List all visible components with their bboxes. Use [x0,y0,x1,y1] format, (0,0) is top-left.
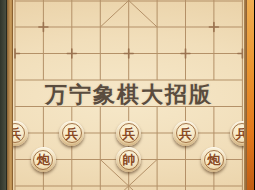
piece-label: 帥 [122,153,135,166]
piece-label: 兵 [179,126,192,139]
piece-label: 炮 [37,153,50,166]
piece-label: 炮 [207,153,220,166]
piece-red-cannon-right[interactable]: 炮 [201,147,226,172]
piece-red-general[interactable]: 帥 [116,147,141,172]
piece-red-soldier-3[interactable]: 兵 [116,121,141,146]
right-orange-band [247,0,255,190]
piece-label: 兵 [65,126,78,139]
piece-label: 兵 [122,126,135,139]
pieces-layer: 兵兵兵兵兵炮帥炮 [0,0,254,190]
piece-red-soldier-4[interactable]: 兵 [173,121,198,146]
board-left-bevel [6,0,13,190]
xiangqi-board[interactable]: 万宁象棋大招版 兵兵兵兵兵炮帥炮 [0,0,254,190]
piece-red-cannon-left[interactable]: 炮 [31,147,56,172]
game-screen: 万宁象棋大招版 兵兵兵兵兵炮帥炮 [0,0,254,190]
piece-red-soldier-2[interactable]: 兵 [59,121,84,146]
